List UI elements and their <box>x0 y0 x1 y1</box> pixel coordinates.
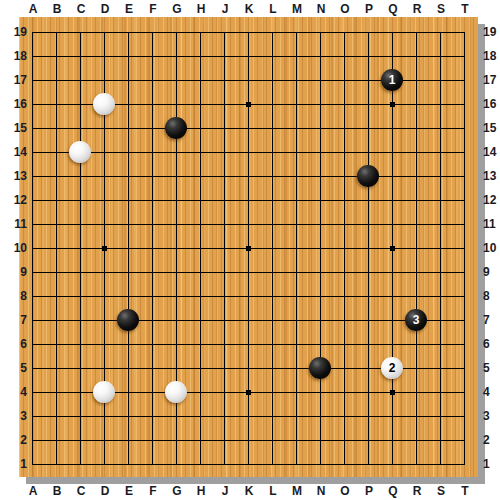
row-label: 7 <box>0 312 27 328</box>
grid-line-horizontal <box>32 296 465 297</box>
column-label: F <box>149 483 156 499</box>
row-label: 8 <box>483 288 490 304</box>
row-label: 4 <box>483 384 490 400</box>
row-label: 16 <box>483 96 496 112</box>
row-label: 19 <box>0 24 27 40</box>
grid-line-vertical <box>416 32 417 465</box>
column-label: B <box>53 483 62 499</box>
column-label: N <box>317 483 326 499</box>
stone-black-P13[interactable] <box>357 165 379 187</box>
row-label: 3 <box>0 408 27 424</box>
column-label: N <box>317 1 326 17</box>
column-label: J <box>222 1 229 17</box>
row-label: 2 <box>483 432 490 448</box>
stone-black-Q17[interactable]: 1 <box>381 69 403 91</box>
column-label: A <box>29 483 38 499</box>
stone-black-G15[interactable] <box>165 117 187 139</box>
row-label: 6 <box>483 336 490 352</box>
go-diagram: ABCDEFGHJKLMNOPQRST ABCDEFGHJKLMNOPQRST … <box>0 0 500 500</box>
column-label: P <box>365 483 373 499</box>
stone-white-D16[interactable] <box>93 93 115 115</box>
row-label: 11 <box>483 216 496 232</box>
move-number-label: 2 <box>389 362 396 374</box>
stone-white-D4[interactable] <box>93 381 115 403</box>
row-label: 18 <box>483 48 496 64</box>
column-label: K <box>245 483 254 499</box>
column-label: O <box>340 483 349 499</box>
grid-line-horizontal <box>32 464 465 465</box>
grid-line-vertical <box>296 32 297 465</box>
grid-line-vertical <box>272 32 273 465</box>
column-label: D <box>101 483 110 499</box>
stone-black-E7[interactable] <box>117 309 139 331</box>
row-label: 17 <box>0 72 27 88</box>
column-label: T <box>461 483 468 499</box>
star-point <box>246 390 251 395</box>
column-label: L <box>269 483 276 499</box>
grid-line-horizontal <box>32 272 465 273</box>
row-label: 14 <box>0 144 27 160</box>
star-point <box>390 246 395 251</box>
star-point <box>390 390 395 395</box>
column-label: L <box>269 1 276 17</box>
star-point <box>246 102 251 107</box>
stone-black-R7[interactable]: 3 <box>405 309 427 331</box>
star-point <box>246 246 251 251</box>
row-label: 5 <box>483 360 490 376</box>
grid-line-vertical <box>440 32 441 465</box>
row-label: 1 <box>0 456 27 472</box>
column-label: C <box>77 483 86 499</box>
stone-white-C14[interactable] <box>69 141 91 163</box>
row-label: 4 <box>0 384 27 400</box>
column-label: E <box>125 483 133 499</box>
column-label: M <box>292 483 302 499</box>
column-label: R <box>413 483 422 499</box>
stone-white-Q5[interactable]: 2 <box>381 357 403 379</box>
grid-line-horizontal <box>32 440 465 441</box>
column-label: R <box>413 1 422 17</box>
row-label: 18 <box>0 48 27 64</box>
column-label: J <box>222 483 229 499</box>
grid-line-horizontal <box>32 416 465 417</box>
column-label: S <box>437 1 445 17</box>
row-label: 5 <box>0 360 27 376</box>
row-label: 19 <box>483 24 496 40</box>
row-label: 12 <box>0 192 27 208</box>
move-number-label: 1 <box>389 74 396 86</box>
row-label: 3 <box>483 408 490 424</box>
stone-black-N5[interactable] <box>309 357 331 379</box>
row-label: 8 <box>0 288 27 304</box>
grid-line-vertical <box>464 32 465 465</box>
row-label: 1 <box>483 456 490 472</box>
grid-line-vertical <box>368 32 369 465</box>
star-point <box>390 102 395 107</box>
row-label: 7 <box>483 312 490 328</box>
row-label: 17 <box>483 72 496 88</box>
column-label: T <box>461 1 468 17</box>
column-label: G <box>172 1 181 17</box>
grid-line-horizontal <box>32 344 465 345</box>
move-number-label: 3 <box>413 314 420 326</box>
column-label: O <box>340 1 349 17</box>
column-label: H <box>197 483 206 499</box>
column-label: F <box>149 1 156 17</box>
row-label: 13 <box>0 168 27 184</box>
column-label: M <box>292 1 302 17</box>
column-label: A <box>29 1 38 17</box>
row-label: 10 <box>0 240 27 256</box>
column-label: H <box>197 1 206 17</box>
column-label: G <box>172 483 181 499</box>
row-label: 2 <box>0 432 27 448</box>
column-label: D <box>101 1 110 17</box>
stone-white-G4[interactable] <box>165 381 187 403</box>
row-label: 14 <box>483 144 496 160</box>
row-label: 11 <box>0 216 27 232</box>
row-label: 10 <box>483 240 496 256</box>
grid-line-horizontal <box>32 320 465 321</box>
row-label: 12 <box>483 192 496 208</box>
column-label: Q <box>388 483 397 499</box>
column-label: Q <box>388 1 397 17</box>
column-label: S <box>437 483 445 499</box>
row-label: 9 <box>0 264 27 280</box>
star-point <box>102 246 107 251</box>
row-label: 13 <box>483 168 496 184</box>
column-label: B <box>53 1 62 17</box>
row-label: 15 <box>483 120 496 136</box>
grid-line-vertical <box>344 32 345 465</box>
column-label: E <box>125 1 133 17</box>
row-label: 15 <box>0 120 27 136</box>
column-label: C <box>77 1 86 17</box>
row-label: 16 <box>0 96 27 112</box>
row-label: 6 <box>0 336 27 352</box>
column-label: P <box>365 1 373 17</box>
grid-line-vertical <box>320 32 321 465</box>
row-label: 9 <box>483 264 490 280</box>
column-label: K <box>245 1 254 17</box>
